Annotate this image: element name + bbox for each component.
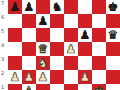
square-g2[interactable] (92, 70, 106, 84)
square-a2[interactable]: ♟ (8, 70, 22, 84)
square-g4[interactable] (92, 42, 106, 56)
square-g7[interactable] (92, 0, 106, 14)
square-c2[interactable]: ♟ (36, 70, 50, 84)
square-a3[interactable] (8, 56, 22, 70)
square-f2[interactable]: ♟ (78, 70, 92, 84)
black-pawn-a7: ♟ (10, 0, 21, 14)
square-g1[interactable]: ♚ (92, 84, 106, 90)
black-king-h7: ♚ (108, 0, 119, 14)
white-bishop-b1: ♝ (24, 84, 35, 90)
rank-label-1: 1 (0, 84, 8, 90)
square-h7[interactable]: ♚ (106, 0, 120, 14)
square-e6[interactable] (64, 14, 78, 28)
square-b2[interactable]: ♟ (22, 70, 36, 84)
black-queen-h5: ♛ (108, 28, 119, 42)
square-d1[interactable] (50, 84, 64, 90)
white-queen-c4: ♛ (38, 42, 49, 56)
square-h4[interactable] (106, 42, 120, 56)
square-e7[interactable] (64, 0, 78, 14)
black-knight-d7: ♞ (52, 0, 63, 14)
rank-label-gutter: 7654321 (0, 0, 8, 90)
square-d3[interactable] (50, 56, 64, 70)
square-c1[interactable] (36, 84, 50, 90)
white-knight-c3: ♞ (38, 56, 49, 70)
square-d7[interactable]: ♞ (50, 0, 64, 14)
square-e1[interactable] (64, 84, 78, 90)
square-h5[interactable]: ♛ (106, 28, 120, 42)
square-b3[interactable] (22, 56, 36, 70)
square-d6[interactable] (50, 14, 64, 28)
square-h3[interactable] (106, 56, 120, 70)
square-b6[interactable] (22, 14, 36, 28)
white-pawn-e4: ♟ (66, 42, 77, 56)
rank-label-7: 7 (0, 0, 8, 14)
white-pawn-f2: ♟ (80, 70, 91, 84)
chess-app-viewport: 7654321 ♟♟♞♚♟♟♛♛♟♞♟♟♟♟♝♚ (0, 0, 120, 90)
rank-label-3: 3 (0, 56, 8, 70)
square-f5[interactable]: ♟ (78, 28, 92, 42)
square-f4[interactable] (78, 42, 92, 56)
square-h1[interactable] (106, 84, 120, 90)
square-h6[interactable] (106, 14, 120, 28)
square-a6[interactable] (8, 14, 22, 28)
square-g6[interactable] (92, 14, 106, 28)
square-e2[interactable] (64, 70, 78, 84)
black-pawn-f5: ♟ (80, 28, 91, 42)
white-king-g1: ♚ (94, 84, 105, 90)
square-e3[interactable] (64, 56, 78, 70)
black-pawn-c6: ♟ (38, 14, 49, 28)
square-d2[interactable] (50, 70, 64, 84)
square-f3[interactable] (78, 56, 92, 70)
rank-label-5: 5 (0, 28, 8, 42)
white-pawn-c2: ♟ (38, 70, 49, 84)
square-d5[interactable] (50, 28, 64, 42)
square-c7[interactable] (36, 0, 50, 14)
square-a5[interactable] (8, 28, 22, 42)
square-c3[interactable]: ♞ (36, 56, 50, 70)
square-h2[interactable] (106, 70, 120, 84)
rank-label-4: 4 (0, 42, 8, 56)
square-a7[interactable]: ♟ (8, 0, 22, 14)
square-f6[interactable] (78, 14, 92, 28)
black-pawn-b7: ♟ (24, 0, 35, 14)
square-f7[interactable] (78, 0, 92, 14)
square-a4[interactable] (8, 42, 22, 56)
square-b7[interactable]: ♟ (22, 0, 36, 14)
square-c4[interactable]: ♛ (36, 42, 50, 56)
white-pawn-b2: ♟ (24, 70, 35, 84)
rank-label-2: 2 (0, 70, 8, 84)
square-d4[interactable] (50, 42, 64, 56)
square-f1[interactable] (78, 84, 92, 90)
square-g3[interactable] (92, 56, 106, 70)
square-a1[interactable] (8, 84, 22, 90)
rank-label-6: 6 (0, 14, 8, 28)
white-pawn-a2: ♟ (10, 70, 21, 84)
square-e5[interactable] (64, 28, 78, 42)
square-g5[interactable] (92, 28, 106, 42)
square-e4[interactable]: ♟ (64, 42, 78, 56)
square-b1[interactable]: ♝ (22, 84, 36, 90)
square-b4[interactable] (22, 42, 36, 56)
square-c6[interactable]: ♟ (36, 14, 50, 28)
square-b5[interactable] (22, 28, 36, 42)
square-c5[interactable] (36, 28, 50, 42)
chess-board: ♟♟♞♚♟♟♛♛♟♞♟♟♟♟♝♚ (8, 0, 120, 90)
